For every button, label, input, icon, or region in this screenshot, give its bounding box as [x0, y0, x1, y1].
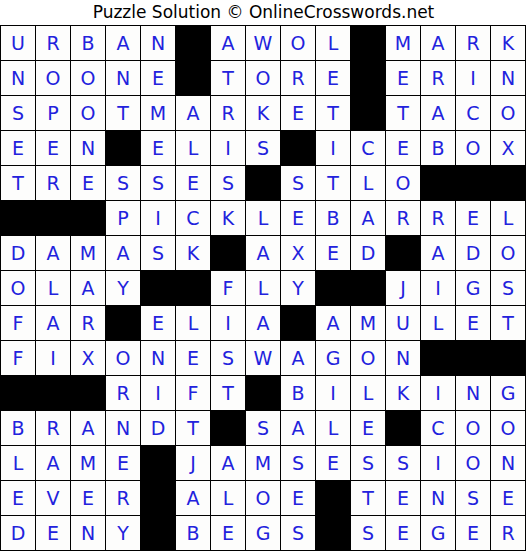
letter-cell: A	[211, 26, 246, 61]
letter-cell: A	[421, 236, 456, 271]
letter-cell: E	[141, 61, 176, 96]
letter-cell: N	[141, 26, 176, 61]
letter-cell: I	[141, 376, 176, 411]
letter-cell: N	[71, 516, 106, 551]
letter-cell: N	[106, 411, 141, 446]
block-cell	[246, 166, 281, 201]
block-cell	[421, 341, 456, 376]
letter-cell: J	[386, 271, 421, 306]
letter-cell: P	[106, 201, 141, 236]
letter-cell: R	[456, 26, 491, 61]
block-cell	[281, 306, 316, 341]
letter-cell: X	[71, 341, 106, 376]
letter-cell: M	[71, 446, 106, 481]
letter-cell: C	[421, 411, 456, 446]
block-cell	[491, 166, 526, 201]
letter-cell: D	[456, 236, 491, 271]
letter-cell: W	[246, 341, 281, 376]
letter-cell: I	[456, 61, 491, 96]
letter-cell: I	[141, 201, 176, 236]
letter-cell: S	[281, 166, 316, 201]
letter-cell: S	[141, 236, 176, 271]
letter-cell: E	[1, 131, 36, 166]
letter-cell: R	[281, 61, 316, 96]
letter-cell: L	[351, 166, 386, 201]
letter-cell: J	[176, 446, 211, 481]
letter-cell: I	[316, 131, 351, 166]
block-cell	[316, 516, 351, 551]
block-cell	[141, 516, 176, 551]
block-cell	[176, 26, 211, 61]
letter-cell: N	[456, 376, 491, 411]
letter-cell: D	[1, 516, 36, 551]
letter-cell: A	[246, 236, 281, 271]
letter-cell: S	[386, 446, 421, 481]
letter-cell: L	[246, 271, 281, 306]
block-cell	[491, 341, 526, 376]
letter-cell: U	[386, 306, 421, 341]
letter-cell: R	[106, 376, 141, 411]
letter-cell: N	[71, 131, 106, 166]
letter-cell: E	[316, 61, 351, 96]
letter-cell: M	[141, 96, 176, 131]
letter-cell: A	[281, 411, 316, 446]
block-cell	[421, 166, 456, 201]
letter-cell: E	[106, 446, 141, 481]
letter-cell: T	[176, 411, 211, 446]
letter-cell: S	[141, 166, 176, 201]
letter-cell: A	[106, 26, 141, 61]
letter-cell: T	[316, 96, 351, 131]
letter-cell: L	[246, 201, 281, 236]
letter-cell: E	[386, 131, 421, 166]
letter-cell: I	[211, 131, 246, 166]
letter-cell: L	[176, 306, 211, 341]
letter-cell: O	[106, 341, 141, 376]
block-cell	[246, 376, 281, 411]
letter-cell: S	[246, 131, 281, 166]
letter-cell: O	[491, 96, 526, 131]
block-cell	[176, 271, 211, 306]
letter-cell: E	[316, 446, 351, 481]
letter-cell: N	[491, 446, 526, 481]
letter-cell: E	[176, 166, 211, 201]
letter-cell: E	[456, 201, 491, 236]
letter-cell: T	[211, 61, 246, 96]
puzzle-solution-page: Puzzle Solution © OnlineCrosswords.net U…	[0, 0, 526, 551]
letter-cell: N	[141, 341, 176, 376]
letter-cell: E	[71, 166, 106, 201]
letter-cell: G	[421, 516, 456, 551]
letter-cell: E	[141, 306, 176, 341]
letter-cell: R	[421, 201, 456, 236]
letter-cell: N	[386, 341, 421, 376]
letter-cell: V	[36, 481, 71, 516]
letter-cell: E	[351, 411, 386, 446]
block-cell	[36, 201, 71, 236]
block-cell	[351, 61, 386, 96]
block-cell	[1, 376, 36, 411]
crossword-grid: URBANAWOLMARKNOONETOREERINSPOTMARKETTACO…	[0, 25, 526, 551]
letter-cell: A	[36, 236, 71, 271]
letter-cell: O	[71, 61, 106, 96]
letter-cell: Y	[106, 516, 141, 551]
letter-cell: A	[71, 411, 106, 446]
letter-cell: S	[491, 271, 526, 306]
letter-cell: R	[421, 61, 456, 96]
letter-cell: R	[386, 201, 421, 236]
letter-cell: K	[176, 236, 211, 271]
letter-cell: T	[316, 166, 351, 201]
letter-cell: A	[281, 341, 316, 376]
letter-cell: T	[351, 481, 386, 516]
letter-cell: R	[71, 306, 106, 341]
letter-cell: E	[386, 516, 421, 551]
letter-cell: L	[316, 411, 351, 446]
letter-cell: X	[491, 131, 526, 166]
letter-cell: A	[176, 96, 211, 131]
letter-cell: R	[36, 166, 71, 201]
letter-cell: M	[351, 306, 386, 341]
letter-cell: A	[106, 236, 141, 271]
block-cell	[106, 131, 141, 166]
letter-cell: G	[491, 376, 526, 411]
letter-cell: S	[1, 96, 36, 131]
letter-cell: A	[211, 446, 246, 481]
letter-cell: A	[316, 306, 351, 341]
letter-cell: E	[281, 201, 316, 236]
letter-cell: O	[456, 131, 491, 166]
letter-cell: D	[141, 411, 176, 446]
letter-cell: A	[246, 306, 281, 341]
letter-cell: E	[1, 481, 36, 516]
letter-cell: F	[1, 306, 36, 341]
letter-cell: L	[211, 481, 246, 516]
letter-cell: A	[36, 306, 71, 341]
letter-cell: F	[211, 271, 246, 306]
letter-cell: N	[1, 61, 36, 96]
letter-cell: L	[351, 376, 386, 411]
block-cell	[351, 26, 386, 61]
letter-cell: S	[281, 446, 316, 481]
block-cell	[71, 201, 106, 236]
letter-cell: Y	[106, 271, 141, 306]
block-cell	[211, 411, 246, 446]
letter-cell: S	[106, 166, 141, 201]
letter-cell: L	[1, 446, 36, 481]
letter-cell: E	[71, 481, 106, 516]
letter-cell: E	[386, 481, 421, 516]
letter-cell: R	[211, 96, 246, 131]
letter-cell: E	[456, 306, 491, 341]
letter-cell: M	[71, 236, 106, 271]
letter-cell: W	[246, 26, 281, 61]
letter-cell: L	[36, 271, 71, 306]
letter-cell: N	[421, 481, 456, 516]
letter-cell: F	[1, 341, 36, 376]
letter-cell: E	[316, 236, 351, 271]
letter-cell: E	[36, 131, 71, 166]
letter-cell: E	[211, 516, 246, 551]
block-cell	[36, 376, 71, 411]
letter-cell: K	[491, 26, 526, 61]
block-cell	[106, 306, 141, 341]
letter-cell: G	[246, 516, 281, 551]
letter-cell: K	[386, 376, 421, 411]
block-cell	[141, 481, 176, 516]
letter-cell: S	[351, 516, 386, 551]
letter-cell: I	[421, 446, 456, 481]
block-cell	[316, 481, 351, 516]
letter-cell: A	[176, 481, 211, 516]
letter-cell: C	[351, 131, 386, 166]
block-cell	[211, 236, 246, 271]
letter-cell: B	[176, 516, 211, 551]
letter-cell: C	[176, 201, 211, 236]
letter-cell: P	[36, 96, 71, 131]
letter-cell: G	[456, 271, 491, 306]
letter-cell: E	[281, 481, 316, 516]
page-title: Puzzle Solution © OnlineCrosswords.net	[0, 0, 526, 25]
letter-cell: R	[106, 481, 141, 516]
letter-cell: M	[386, 26, 421, 61]
letter-cell: R	[36, 411, 71, 446]
block-cell	[351, 96, 386, 131]
letter-cell: O	[491, 236, 526, 271]
block-cell	[71, 376, 106, 411]
block-cell	[456, 166, 491, 201]
letter-cell: R	[36, 26, 71, 61]
letter-cell: S	[211, 166, 246, 201]
letter-cell: T	[1, 166, 36, 201]
letter-cell: I	[421, 376, 456, 411]
letter-cell: E	[386, 61, 421, 96]
letter-cell: A	[421, 26, 456, 61]
letter-cell: M	[246, 446, 281, 481]
letter-cell: K	[211, 201, 246, 236]
letter-cell: O	[246, 61, 281, 96]
letter-cell: T	[106, 96, 141, 131]
letter-cell: I	[36, 341, 71, 376]
letter-cell: L	[176, 131, 211, 166]
letter-cell: F	[176, 376, 211, 411]
block-cell	[281, 131, 316, 166]
letter-cell: O	[351, 341, 386, 376]
block-cell	[386, 411, 421, 446]
letter-cell: S	[456, 481, 491, 516]
letter-cell: S	[351, 446, 386, 481]
letter-cell: O	[456, 446, 491, 481]
letter-cell: O	[386, 166, 421, 201]
letter-cell: L	[421, 306, 456, 341]
block-cell	[386, 236, 421, 271]
letter-cell: O	[491, 411, 526, 446]
letter-cell: N	[491, 61, 526, 96]
letter-cell: X	[281, 236, 316, 271]
letter-cell: O	[71, 96, 106, 131]
letter-cell: B	[1, 411, 36, 446]
letter-cell: B	[421, 131, 456, 166]
letter-cell: E	[36, 516, 71, 551]
letter-cell: Y	[281, 271, 316, 306]
letter-cell: K	[246, 96, 281, 131]
letter-cell: L	[316, 26, 351, 61]
letter-cell: B	[281, 376, 316, 411]
letter-cell: S	[246, 411, 281, 446]
letter-cell: A	[421, 96, 456, 131]
letter-cell: S	[281, 516, 316, 551]
letter-cell: E	[176, 341, 211, 376]
letter-cell: C	[456, 96, 491, 131]
letter-cell: B	[316, 201, 351, 236]
block-cell	[1, 201, 36, 236]
letter-cell: O	[1, 271, 36, 306]
letter-cell: O	[246, 481, 281, 516]
block-cell	[456, 341, 491, 376]
letter-cell: O	[281, 26, 316, 61]
letter-cell: D	[1, 236, 36, 271]
letter-cell: A	[36, 446, 71, 481]
letter-cell: L	[491, 201, 526, 236]
block-cell	[141, 446, 176, 481]
letter-cell: O	[456, 411, 491, 446]
letter-cell: A	[351, 201, 386, 236]
letter-cell: E	[141, 131, 176, 166]
letter-cell: G	[316, 341, 351, 376]
letter-cell: U	[1, 26, 36, 61]
letter-cell: O	[36, 61, 71, 96]
letter-cell: A	[71, 271, 106, 306]
block-cell	[141, 271, 176, 306]
letter-cell: R	[491, 516, 526, 551]
block-cell	[351, 271, 386, 306]
letter-cell: T	[386, 96, 421, 131]
letter-cell: E	[456, 516, 491, 551]
letter-cell: I	[316, 376, 351, 411]
letter-cell: I	[211, 306, 246, 341]
letter-cell: B	[71, 26, 106, 61]
letter-cell: T	[211, 376, 246, 411]
block-cell	[176, 61, 211, 96]
letter-cell: E	[491, 481, 526, 516]
letter-cell: E	[281, 96, 316, 131]
letter-cell: T	[491, 306, 526, 341]
letter-cell: I	[421, 271, 456, 306]
letter-cell: D	[351, 236, 386, 271]
letter-cell: N	[106, 61, 141, 96]
block-cell	[316, 271, 351, 306]
letter-cell: S	[211, 341, 246, 376]
